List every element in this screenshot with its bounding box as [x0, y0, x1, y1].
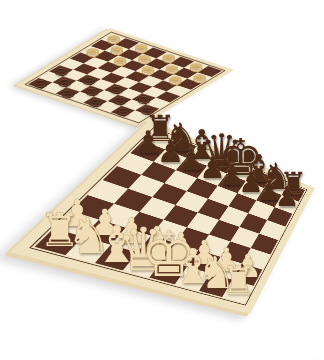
checkers-board [16, 28, 234, 127]
checkers-grid [28, 34, 222, 122]
product-photo: ⛂⛂⛂⛂⛂⛂⛂⛂⛂⛂⛂⛂⛂⛂⛂⛂⛂⛂⛂⛂⛂⛂⛂⛂♜♞♟♝♟♛♟♚♟♝♟♞♟♜♟♟… [0, 0, 324, 360]
chess-grid [35, 129, 305, 303]
chess-board [10, 120, 315, 314]
